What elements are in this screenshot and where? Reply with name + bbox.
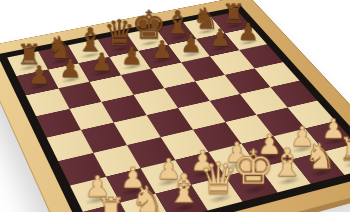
board-inner-border: ♜♞♝♛♚♝♞♜♟♟♟♟♟♟♟♟♟♟♟♟♟♟♟♟♜♞♝♛♚♝♞♜: [0, 6, 350, 212]
piece-dark-rook: ♜: [222, 0, 246, 27]
piece-dark-rook: ♜: [16, 40, 41, 68]
piece-shadow: ♝: [259, 159, 311, 192]
product-photo: ♜♞♝♛♚♝♞♜♟♟♟♟♟♟♟♟♟♟♟♟♟♟♟♟♜♞♝♛♚♝♞♜: [0, 0, 350, 212]
square-g3: [256, 107, 305, 136]
square-e4: [178, 101, 225, 129]
piece-light-pawn: ♟: [289, 122, 314, 149]
board-grid: ♜♞♝♛♚♝♞♜♟♟♟♟♟♟♟♟♟♟♟♟♟♟♟♟♜♞♝♛♚♝♞♜: [7, 11, 350, 212]
square-h6: [239, 44, 283, 68]
chess-board: ♜♞♝♛♚♝♞♜♟♟♟♟♟♟♟♟♟♟♟♟♟♟♟♟♜♞♝♛♚♝♞♜: [0, 0, 350, 212]
square-f1: ♝: [259, 159, 311, 192]
piece-dark-knight: ♞: [193, 3, 219, 32]
board-frame: ♜♞♝♛♚♝♞♜♟♟♟♟♟♟♟♟♟♟♟♟♟♟♟♟♜♞♝♛♚♝♞♜: [0, 0, 350, 212]
piece-dark-king: ♚: [131, 6, 166, 45]
